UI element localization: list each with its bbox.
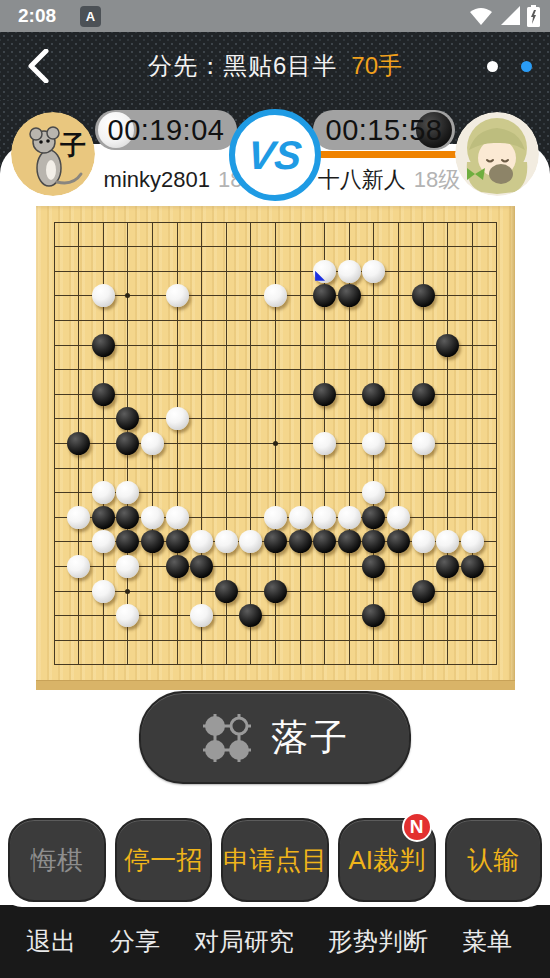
game-rules-title: 分先：黑贴6目半: [148, 50, 337, 82]
white-stone: [166, 284, 189, 307]
grid-line-horizontal: [54, 664, 497, 665]
black-stone: [362, 604, 385, 627]
black-stone: [190, 555, 213, 578]
black-stone: [166, 530, 189, 553]
game-header: 分先：黑贴6目半 70手: [0, 32, 550, 100]
resign-button[interactable]: 认输: [445, 818, 543, 902]
go-game-app: 2:08 A 分先：黑贴6目半 70手: [0, 0, 550, 978]
white-player-name: minky2801: [104, 167, 210, 193]
page-dot-2[interactable]: [521, 61, 532, 72]
pass-label: 停一招: [124, 843, 202, 878]
mouse-avatar-image: 子: [11, 112, 95, 196]
nav-menu[interactable]: 菜单: [462, 925, 512, 958]
status-bar: 2:08 A: [0, 0, 550, 32]
black-stone: [116, 407, 139, 430]
move-counter: 70手: [351, 50, 402, 82]
grid-line-horizontal: [54, 468, 497, 469]
pass-button[interactable]: 停一招: [115, 818, 213, 902]
black-stone: [141, 530, 164, 553]
signal-icon: [499, 6, 521, 26]
white-stone: [362, 260, 385, 283]
black-stone: [215, 580, 238, 603]
white-stone: [412, 432, 435, 455]
white-stone: [116, 555, 139, 578]
black-stone: [289, 530, 312, 553]
white-stone: [166, 506, 189, 529]
black-stone: [362, 530, 385, 553]
black-stone: [313, 383, 336, 406]
black-stone: [461, 555, 484, 578]
white-stone: [289, 506, 312, 529]
white-stone: [141, 506, 164, 529]
black-stone: [362, 555, 385, 578]
grid-line-vertical: [496, 222, 497, 665]
white-stone: [313, 432, 336, 455]
input-method-icon: A: [80, 6, 101, 27]
black-player-clock: 00:15:58: [313, 110, 455, 150]
black-stone: [166, 555, 189, 578]
star-point: [273, 441, 278, 446]
white-stone: [264, 506, 287, 529]
black-player-rank: 18级: [414, 165, 460, 195]
black-stone: [436, 334, 459, 357]
grid-line-vertical: [300, 222, 301, 665]
page-dot-1[interactable]: [487, 61, 498, 72]
white-stone: [141, 432, 164, 455]
nav-position-judge[interactable]: 形势判断: [328, 925, 428, 958]
white-stone: [215, 530, 238, 553]
black-stone: [436, 555, 459, 578]
white-stone: [362, 432, 385, 455]
black-stone: [362, 383, 385, 406]
nav-exit[interactable]: 退出: [26, 925, 76, 958]
black-stone: [92, 383, 115, 406]
white-stone: [436, 530, 459, 553]
black-stone: [412, 284, 435, 307]
wifi-icon: [469, 6, 493, 26]
white-stone: [412, 530, 435, 553]
board-bevel: [36, 680, 515, 690]
left-player-avatar[interactable]: 子: [11, 112, 95, 196]
black-stone: [338, 284, 361, 307]
white-stone: [190, 604, 213, 627]
white-stone: [313, 260, 336, 283]
request-count-button[interactable]: 申请点目: [221, 818, 329, 902]
black-stone: [92, 506, 115, 529]
white-clock-time: 00:19:04: [108, 114, 225, 147]
header-title-wrap: 分先：黑贴6目半 70手: [0, 32, 550, 100]
play-stone-button[interactable]: 落子: [139, 691, 411, 784]
white-stone: [239, 530, 262, 553]
battery-icon: [527, 5, 540, 27]
white-stone: [264, 284, 287, 307]
new-badge: N: [402, 812, 432, 842]
black-stone: [264, 580, 287, 603]
star-point: [125, 293, 130, 298]
go-board[interactable]: [36, 206, 515, 690]
white-stone: [461, 530, 484, 553]
go-stones-grid-icon: [201, 712, 253, 764]
grid-line-vertical: [472, 222, 473, 665]
ai-referee-button[interactable]: AI裁判 N: [338, 818, 436, 902]
white-stone: [67, 506, 90, 529]
status-icons: [469, 5, 540, 27]
white-stone: [116, 604, 139, 627]
black-stone: [387, 530, 410, 553]
black-stone: [239, 604, 262, 627]
anime-avatar-image: [455, 112, 539, 196]
black-clock-time: 00:15:58: [326, 114, 443, 147]
grid-line-vertical: [398, 222, 399, 665]
request-count-label: 申请点目: [223, 843, 327, 878]
white-stone: [338, 260, 361, 283]
black-stone: [313, 284, 336, 307]
nav-share[interactable]: 分享: [110, 925, 160, 958]
white-stone: [338, 506, 361, 529]
vs-label: VS: [246, 133, 304, 178]
undo-label: 悔棋: [31, 843, 83, 878]
undo-button[interactable]: 悔棋: [8, 818, 106, 902]
white-stone: [362, 481, 385, 504]
black-stone: [362, 506, 385, 529]
action-button-row: 悔棋 停一招 申请点目 AI裁判 N 认输: [0, 818, 550, 902]
white-player-clock: 00:19:04: [95, 110, 237, 150]
black-stone: [412, 580, 435, 603]
right-player-avatar[interactable]: [455, 112, 539, 196]
white-stone: [166, 407, 189, 430]
black-stone: [313, 530, 336, 553]
white-stone: [387, 506, 410, 529]
white-stone: [92, 530, 115, 553]
page-indicator[interactable]: [487, 61, 532, 72]
black-player-name: 十八新人: [318, 165, 406, 195]
black-stone: [412, 383, 435, 406]
white-stone: [92, 284, 115, 307]
last-move-marker: [315, 271, 325, 281]
vs-badge: VS: [229, 109, 321, 201]
black-stone: [67, 432, 90, 455]
white-stone: [92, 481, 115, 504]
white-stone: [92, 580, 115, 603]
star-point: [125, 589, 130, 594]
grid-line-horizontal: [54, 640, 497, 641]
resign-label: 认输: [467, 843, 519, 878]
players-panel: 子 00:19:04 VS 00:15:58: [0, 100, 550, 206]
nav-game-study[interactable]: 对局研究: [194, 925, 294, 958]
clock-time: 2:08: [18, 5, 56, 27]
white-stone: [313, 506, 336, 529]
white-stone: [190, 530, 213, 553]
black-stone: [116, 506, 139, 529]
play-stone-label: 落子: [271, 713, 349, 763]
black-stone: [116, 530, 139, 553]
black-stone: [116, 432, 139, 455]
bottom-nav: 退出 分享 对局研究 形势判断 菜单: [0, 905, 550, 978]
black-stone: [338, 530, 361, 553]
black-stone: [92, 334, 115, 357]
white-stone: [116, 481, 139, 504]
black-player-info: 十八新人 18级: [303, 162, 475, 198]
grid-line-vertical: [447, 222, 448, 665]
svg-text:子: 子: [60, 130, 86, 160]
black-stone: [264, 530, 287, 553]
ai-referee-label: AI裁判: [348, 843, 425, 878]
white-stone: [67, 555, 90, 578]
